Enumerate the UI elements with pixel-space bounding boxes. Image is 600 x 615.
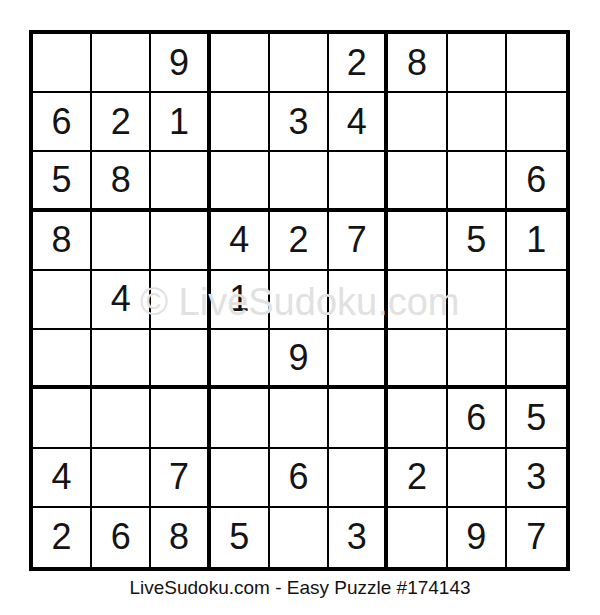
given-digit: 3 bbox=[347, 519, 367, 555]
cell-r2c3[interactable]: 1 bbox=[151, 93, 210, 152]
cell-r6c8[interactable] bbox=[448, 330, 507, 389]
cell-r8c4[interactable] bbox=[211, 449, 270, 508]
cell-r5c3[interactable] bbox=[151, 271, 210, 330]
cell-r6c4[interactable] bbox=[211, 330, 270, 389]
cell-r8c8[interactable] bbox=[448, 449, 507, 508]
cell-r3c3[interactable] bbox=[151, 152, 210, 211]
sudoku-board: © LiveSudoku.com 92862134586842751419654… bbox=[29, 30, 570, 571]
given-digit: 2 bbox=[407, 459, 427, 495]
cell-r9c3[interactable]: 8 bbox=[151, 508, 210, 567]
given-digit: 5 bbox=[526, 400, 546, 436]
cell-r9c1[interactable]: 2 bbox=[33, 508, 92, 567]
cell-r1c9[interactable] bbox=[507, 34, 566, 93]
cell-r9c6[interactable]: 3 bbox=[329, 508, 388, 567]
cell-r4c5[interactable]: 2 bbox=[270, 212, 329, 271]
cell-r4c1[interactable]: 8 bbox=[33, 212, 92, 271]
cell-r7c9[interactable]: 5 bbox=[507, 389, 566, 448]
given-digit: 8 bbox=[52, 222, 72, 258]
cell-r3c6[interactable] bbox=[329, 152, 388, 211]
given-digit: 4 bbox=[111, 281, 131, 317]
given-digit: 1 bbox=[169, 104, 189, 140]
cell-r4c9[interactable]: 1 bbox=[507, 212, 566, 271]
given-digit: 1 bbox=[229, 281, 249, 317]
cell-r9c8[interactable]: 9 bbox=[448, 508, 507, 567]
given-digit: 7 bbox=[347, 222, 367, 258]
cell-r5c6[interactable] bbox=[329, 271, 388, 330]
cell-r7c8[interactable]: 6 bbox=[448, 389, 507, 448]
cell-r1c5[interactable] bbox=[270, 34, 329, 93]
given-digit: 1 bbox=[526, 222, 546, 258]
given-digit: 5 bbox=[52, 162, 72, 198]
cell-r8c9[interactable]: 3 bbox=[507, 449, 566, 508]
given-digit: 2 bbox=[347, 45, 367, 81]
given-digit: 9 bbox=[169, 45, 189, 81]
cell-r3c4[interactable] bbox=[211, 152, 270, 211]
cell-r2c2[interactable]: 2 bbox=[92, 93, 151, 152]
cell-r6c1[interactable] bbox=[33, 330, 92, 389]
cell-r6c5[interactable]: 9 bbox=[270, 330, 329, 389]
given-digit: 4 bbox=[347, 104, 367, 140]
cell-r1c6[interactable]: 2 bbox=[329, 34, 388, 93]
given-digit: 5 bbox=[466, 222, 486, 258]
cell-r1c7[interactable]: 8 bbox=[388, 34, 447, 93]
cell-r4c8[interactable]: 5 bbox=[448, 212, 507, 271]
cell-r2c9[interactable] bbox=[507, 93, 566, 152]
cell-r8c2[interactable] bbox=[92, 449, 151, 508]
given-digit: 8 bbox=[111, 162, 131, 198]
cell-r3c1[interactable]: 5 bbox=[33, 152, 92, 211]
cell-r6c7[interactable] bbox=[388, 330, 447, 389]
cell-r4c4[interactable]: 4 bbox=[211, 212, 270, 271]
sudoku-page: © LiveSudoku.com 92862134586842751419654… bbox=[0, 0, 600, 615]
cell-r9c9[interactable]: 7 bbox=[507, 508, 566, 567]
cell-r5c4[interactable]: 1 bbox=[211, 271, 270, 330]
cell-r8c6[interactable] bbox=[329, 449, 388, 508]
given-digit: 3 bbox=[526, 459, 546, 495]
cell-r8c1[interactable]: 4 bbox=[33, 449, 92, 508]
given-digit: 4 bbox=[229, 222, 249, 258]
cell-r7c7[interactable] bbox=[388, 389, 447, 448]
given-digit: 6 bbox=[52, 104, 72, 140]
cell-r9c5[interactable] bbox=[270, 508, 329, 567]
cell-r7c3[interactable] bbox=[151, 389, 210, 448]
cell-r8c7[interactable]: 2 bbox=[388, 449, 447, 508]
cell-r7c6[interactable] bbox=[329, 389, 388, 448]
cell-r4c7[interactable] bbox=[388, 212, 447, 271]
cell-r3c2[interactable]: 8 bbox=[92, 152, 151, 211]
cell-r3c9[interactable]: 6 bbox=[507, 152, 566, 211]
cell-r5c5[interactable] bbox=[270, 271, 329, 330]
given-digit: 6 bbox=[111, 519, 131, 555]
cell-r7c4[interactable] bbox=[211, 389, 270, 448]
given-digit: 9 bbox=[288, 340, 308, 376]
cell-r5c8[interactable] bbox=[448, 271, 507, 330]
cell-r5c9[interactable] bbox=[507, 271, 566, 330]
cell-r2c1[interactable]: 6 bbox=[33, 93, 92, 152]
cell-r6c2[interactable] bbox=[92, 330, 151, 389]
cell-r5c7[interactable] bbox=[388, 271, 447, 330]
cell-r3c7[interactable] bbox=[388, 152, 447, 211]
cell-r4c2[interactable] bbox=[92, 212, 151, 271]
cell-r4c6[interactable]: 7 bbox=[329, 212, 388, 271]
cell-r9c2[interactable]: 6 bbox=[92, 508, 151, 567]
cell-r5c1[interactable] bbox=[33, 271, 92, 330]
cell-r4c3[interactable] bbox=[151, 212, 210, 271]
cell-r3c5[interactable] bbox=[270, 152, 329, 211]
cell-r2c7[interactable] bbox=[388, 93, 447, 152]
given-digit: 6 bbox=[466, 400, 486, 436]
cell-r8c3[interactable]: 7 bbox=[151, 449, 210, 508]
cell-r6c6[interactable] bbox=[329, 330, 388, 389]
given-digit: 2 bbox=[52, 519, 72, 555]
cell-r6c3[interactable] bbox=[151, 330, 210, 389]
cell-r7c1[interactable] bbox=[33, 389, 92, 448]
cell-r2c8[interactable] bbox=[448, 93, 507, 152]
cell-r9c7[interactable] bbox=[388, 508, 447, 567]
cell-r9c4[interactable]: 5 bbox=[211, 508, 270, 567]
cell-r3c8[interactable] bbox=[448, 152, 507, 211]
cell-r5c2[interactable]: 4 bbox=[92, 271, 151, 330]
puzzle-caption: LiveSudoku.com - Easy Puzzle #174143 bbox=[0, 577, 600, 599]
given-digit: 8 bbox=[407, 45, 427, 81]
cell-r1c8[interactable] bbox=[448, 34, 507, 93]
given-digit: 2 bbox=[111, 104, 131, 140]
given-digit: 6 bbox=[288, 459, 308, 495]
given-digit: 3 bbox=[288, 104, 308, 140]
cell-r7c2[interactable] bbox=[92, 389, 151, 448]
given-digit: 4 bbox=[52, 459, 72, 495]
cell-r1c1[interactable] bbox=[33, 34, 92, 93]
given-digit: 7 bbox=[169, 459, 189, 495]
given-digit: 7 bbox=[526, 519, 546, 555]
cell-r6c9[interactable] bbox=[507, 330, 566, 389]
cell-r2c4[interactable] bbox=[211, 93, 270, 152]
given-digit: 5 bbox=[229, 519, 249, 555]
given-digit: 9 bbox=[466, 519, 486, 555]
cell-r2c6[interactable]: 4 bbox=[329, 93, 388, 152]
cell-r7c5[interactable] bbox=[270, 389, 329, 448]
given-digit: 6 bbox=[526, 162, 546, 198]
given-digit: 8 bbox=[169, 519, 189, 555]
cell-r1c3[interactable]: 9 bbox=[151, 34, 210, 93]
cell-r8c5[interactable]: 6 bbox=[270, 449, 329, 508]
given-digit: 2 bbox=[288, 222, 308, 258]
cell-r2c5[interactable]: 3 bbox=[270, 93, 329, 152]
cell-r1c2[interactable] bbox=[92, 34, 151, 93]
cell-r1c4[interactable] bbox=[211, 34, 270, 93]
